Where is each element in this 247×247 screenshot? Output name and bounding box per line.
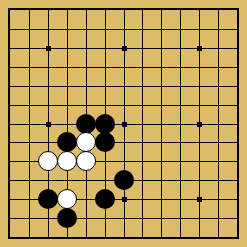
- black-stone[interactable]: [76, 114, 96, 134]
- star-point: [46, 46, 51, 51]
- white-stone[interactable]: [76, 151, 96, 171]
- black-stone[interactable]: [38, 189, 58, 209]
- star-point: [197, 197, 202, 202]
- go-board-screenshot: [0, 0, 247, 247]
- black-stone[interactable]: [114, 170, 134, 190]
- white-stone[interactable]: [57, 151, 77, 171]
- star-point: [122, 122, 127, 127]
- star-point: [122, 46, 127, 51]
- grid-line: [218, 10, 219, 237]
- grid-line: [10, 142, 237, 143]
- white-stone[interactable]: [57, 189, 77, 209]
- black-stone[interactable]: [95, 189, 115, 209]
- star-point: [197, 122, 202, 127]
- white-stone[interactable]: [38, 151, 58, 171]
- grid-line: [161, 10, 162, 237]
- black-stone[interactable]: [57, 132, 77, 152]
- grid-line: [180, 10, 181, 237]
- grid-line: [10, 218, 237, 219]
- star-point: [46, 122, 51, 127]
- black-stone[interactable]: [95, 114, 115, 134]
- go-board[interactable]: [10, 10, 237, 237]
- black-stone[interactable]: [95, 132, 115, 152]
- star-point: [197, 46, 202, 51]
- white-stone[interactable]: [76, 132, 96, 152]
- star-point: [122, 197, 127, 202]
- black-stone[interactable]: [57, 208, 77, 228]
- grid-line: [142, 10, 143, 237]
